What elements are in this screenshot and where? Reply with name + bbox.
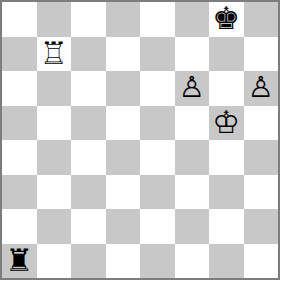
chess-diagram: ♚♖♙♙♔♜ bbox=[0, 0, 281, 282]
square-h8[interactable] bbox=[244, 2, 279, 37]
white-pawn-f6: ♙ bbox=[179, 71, 205, 105]
white-rook-b7: ♖ bbox=[40, 37, 68, 71]
square-c6[interactable] bbox=[71, 71, 106, 106]
square-a5[interactable] bbox=[2, 106, 37, 141]
square-e8[interactable] bbox=[140, 2, 175, 37]
chess-board: ♚♖♙♙♔♜ bbox=[0, 0, 280, 280]
square-f8[interactable] bbox=[175, 2, 210, 37]
square-f1[interactable] bbox=[175, 244, 210, 279]
square-e7[interactable] bbox=[140, 37, 175, 72]
square-h6[interactable]: ♙ bbox=[244, 71, 279, 106]
square-a7[interactable] bbox=[2, 37, 37, 72]
square-g6[interactable] bbox=[209, 71, 244, 106]
square-d4[interactable] bbox=[106, 140, 141, 175]
square-g7[interactable] bbox=[209, 37, 244, 72]
white-pawn-h6: ♙ bbox=[248, 71, 274, 105]
square-g3[interactable] bbox=[209, 175, 244, 210]
square-a4[interactable] bbox=[2, 140, 37, 175]
square-c5[interactable] bbox=[71, 106, 106, 141]
square-c4[interactable] bbox=[71, 140, 106, 175]
square-c3[interactable] bbox=[71, 175, 106, 210]
square-e4[interactable] bbox=[140, 140, 175, 175]
square-b1[interactable] bbox=[37, 244, 72, 279]
square-b6[interactable] bbox=[37, 71, 72, 106]
square-g2[interactable] bbox=[209, 209, 244, 244]
square-c2[interactable] bbox=[71, 209, 106, 244]
square-f4[interactable] bbox=[175, 140, 210, 175]
square-d7[interactable] bbox=[106, 37, 141, 72]
square-h2[interactable] bbox=[244, 209, 279, 244]
black-king-g8: ♚ bbox=[212, 2, 240, 36]
square-e5[interactable] bbox=[140, 106, 175, 141]
square-b7[interactable]: ♖ bbox=[37, 37, 72, 72]
square-b5[interactable] bbox=[37, 106, 72, 141]
square-g1[interactable] bbox=[209, 244, 244, 279]
square-e6[interactable] bbox=[140, 71, 175, 106]
square-d5[interactable] bbox=[106, 106, 141, 141]
black-rook-a1: ♜ bbox=[5, 244, 33, 278]
square-c7[interactable] bbox=[71, 37, 106, 72]
square-g4[interactable] bbox=[209, 140, 244, 175]
square-f3[interactable] bbox=[175, 175, 210, 210]
square-f7[interactable] bbox=[175, 37, 210, 72]
square-e2[interactable] bbox=[140, 209, 175, 244]
square-e3[interactable] bbox=[140, 175, 175, 210]
square-d6[interactable] bbox=[106, 71, 141, 106]
square-b3[interactable] bbox=[37, 175, 72, 210]
square-a6[interactable] bbox=[2, 71, 37, 106]
square-b4[interactable] bbox=[37, 140, 72, 175]
square-h1[interactable] bbox=[244, 244, 279, 279]
square-f6[interactable]: ♙ bbox=[175, 71, 210, 106]
square-a8[interactable] bbox=[2, 2, 37, 37]
square-d2[interactable] bbox=[106, 209, 141, 244]
square-d1[interactable] bbox=[106, 244, 141, 279]
square-g8[interactable]: ♚ bbox=[209, 2, 244, 37]
square-a1[interactable]: ♜ bbox=[2, 244, 37, 279]
square-c8[interactable] bbox=[71, 2, 106, 37]
square-b2[interactable] bbox=[37, 209, 72, 244]
square-h3[interactable] bbox=[244, 175, 279, 210]
square-h4[interactable] bbox=[244, 140, 279, 175]
square-d3[interactable] bbox=[106, 175, 141, 210]
square-c1[interactable] bbox=[71, 244, 106, 279]
square-e1[interactable] bbox=[140, 244, 175, 279]
square-d8[interactable] bbox=[106, 2, 141, 37]
square-f2[interactable] bbox=[175, 209, 210, 244]
square-a3[interactable] bbox=[2, 175, 37, 210]
square-h5[interactable] bbox=[244, 106, 279, 141]
square-f5[interactable] bbox=[175, 106, 210, 141]
square-b8[interactable] bbox=[37, 2, 72, 37]
square-h7[interactable] bbox=[244, 37, 279, 72]
white-king-g5: ♔ bbox=[212, 106, 240, 140]
square-g5[interactable]: ♔ bbox=[209, 106, 244, 141]
square-a2[interactable] bbox=[2, 209, 37, 244]
